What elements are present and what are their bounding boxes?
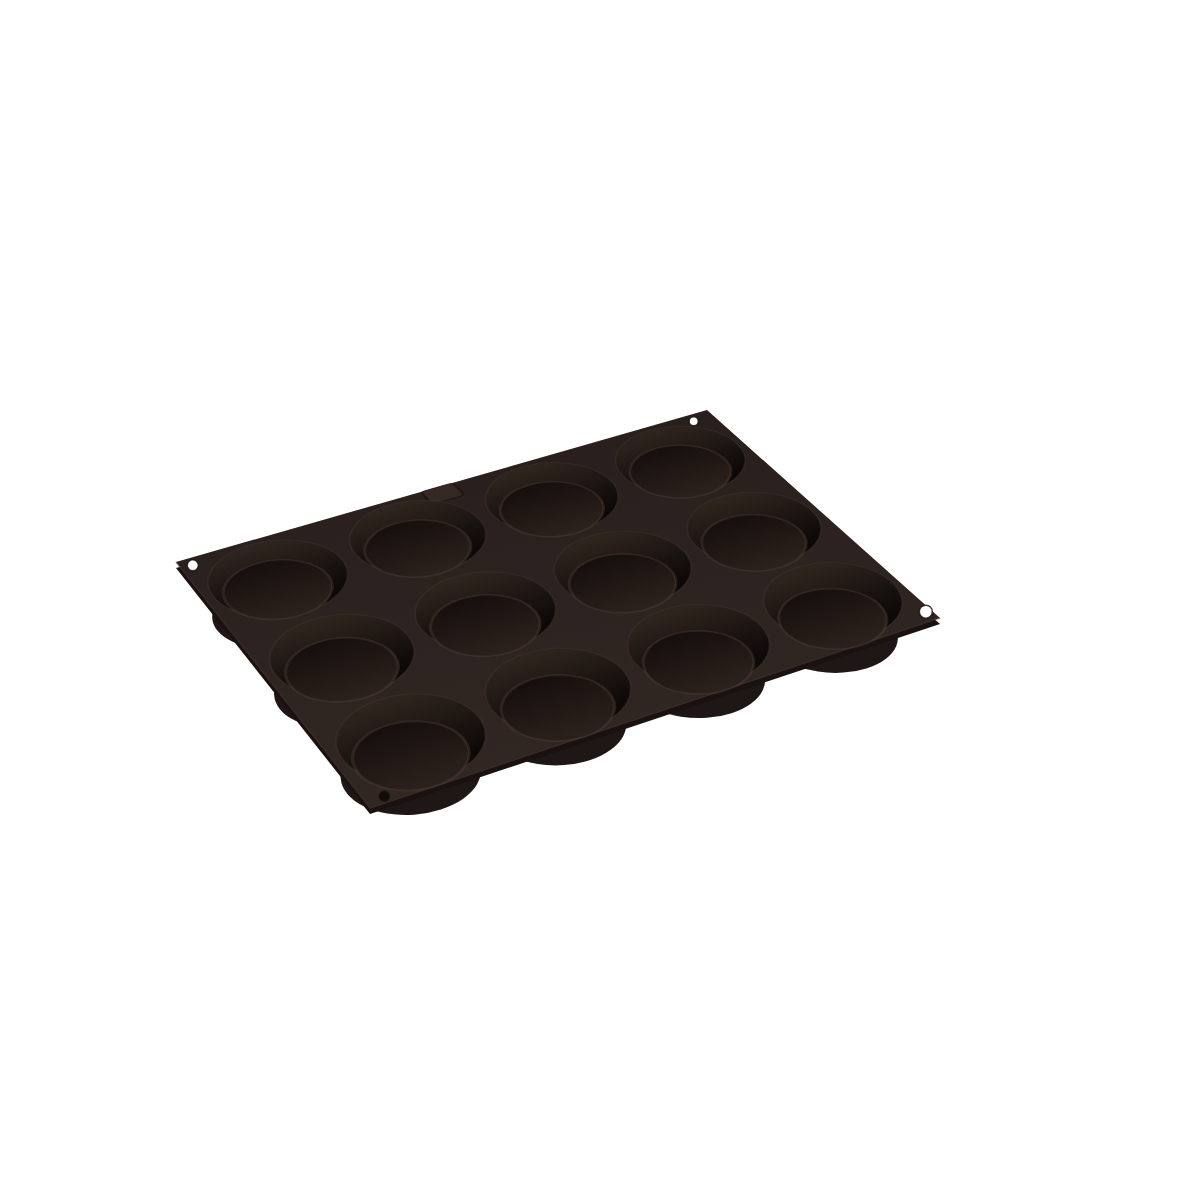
silicone-mold-image <box>0 0 1200 1200</box>
product-photo-canvas <box>0 0 1200 1200</box>
corner-hole-bottom <box>379 791 389 801</box>
corner-hole-top <box>689 417 698 426</box>
corner-hole-right <box>919 605 932 618</box>
corner-hole-left <box>187 560 198 571</box>
